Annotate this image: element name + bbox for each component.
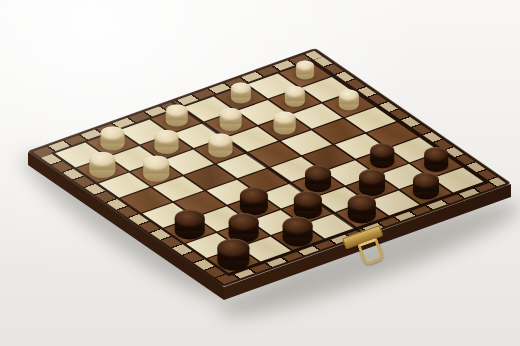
cream-checker-cylinder: [101, 127, 124, 151]
brown-checker-cylinder: [294, 191, 322, 219]
brown-checker-cylinder: [348, 194, 376, 223]
brown-checker-cylinder: [359, 169, 385, 196]
brown-checker-cylinder: [175, 209, 205, 239]
brown-checker-cylinder: [305, 166, 331, 193]
checkers-board: [28, 49, 511, 287]
cream-checker-cylinder: [144, 155, 169, 181]
brown-checker-cylinder: [424, 147, 449, 172]
cream-checker-cylinder: [296, 61, 314, 80]
cream-checker-cylinder: [285, 86, 305, 107]
brown-checker-cylinder: [413, 172, 440, 199]
cream-checker-cylinder: [339, 90, 359, 111]
cream-checker-cylinder: [90, 152, 115, 178]
cream-checker-cylinder: [220, 108, 242, 130]
brown-checker-cylinder: [240, 188, 268, 216]
cream-checker-cylinder: [209, 133, 233, 157]
product-photo-stage: [0, 0, 520, 346]
brown-checker-cylinder: [283, 216, 313, 246]
cream-checker-cylinder: [155, 130, 178, 154]
brown-checker-cylinder: [370, 144, 394, 169]
cream-checker-cylinder: [166, 105, 187, 127]
cream-checker-cylinder: [274, 112, 296, 135]
brown-checker-cylinder: [217, 238, 249, 270]
cream-checker-cylinder: [231, 83, 251, 103]
